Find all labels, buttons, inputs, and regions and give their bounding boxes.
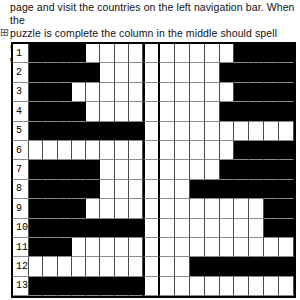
block-cell [279,199,294,218]
empty-cell[interactable] [190,63,205,82]
empty-cell[interactable] [205,44,220,63]
empty-cell[interactable] [264,238,279,257]
empty-cell[interactable] [160,83,175,102]
block-cell [264,44,279,63]
block-cell [264,83,279,102]
block-cell [115,122,129,141]
empty-cell[interactable] [29,141,43,160]
block-cell [264,219,279,238]
empty-cell[interactable] [205,219,220,238]
block-cell [72,122,86,141]
block-cell [43,63,57,82]
empty-cell[interactable] [129,63,143,82]
empty-cell[interactable] [190,122,205,141]
block-cell [72,160,86,179]
empty-cell[interactable] [190,219,205,238]
block-cell [29,277,43,296]
block-cell [43,102,57,121]
block-cell [29,238,43,257]
empty-cell[interactable] [115,180,129,199]
block-cell [100,122,114,141]
empty-cell[interactable] [160,160,175,179]
block-cell [72,180,86,199]
empty-cell[interactable] [43,141,57,160]
empty-cell[interactable] [190,44,205,63]
empty-cell[interactable] [72,257,86,276]
block-cell [29,199,43,218]
empty-cell[interactable] [175,219,190,238]
highlight-column-cell[interactable] [143,141,160,160]
empty-cell[interactable] [190,83,205,102]
empty-cell[interactable] [160,102,175,121]
empty-cell[interactable] [129,141,143,160]
empty-cell[interactable] [205,102,220,121]
empty-cell[interactable] [115,257,129,276]
block-cell [100,277,114,296]
highlight-column-cell[interactable] [143,238,160,257]
block-cell [279,83,294,102]
block-cell [205,180,220,199]
empty-cell[interactable] [29,257,43,276]
empty-cell[interactable] [220,122,235,141]
empty-cell[interactable] [160,277,175,296]
block-cell [43,122,57,141]
block-cell [86,219,100,238]
empty-cell[interactable] [205,199,220,218]
empty-cell[interactable] [86,44,100,63]
block-cell [234,160,249,179]
empty-cell[interactable] [129,44,143,63]
block-cell [234,63,249,82]
empty-cell[interactable] [249,277,264,296]
block-cell [72,219,86,238]
block-cell [86,180,100,199]
empty-cell[interactable] [43,257,57,276]
empty-cell[interactable] [190,199,205,218]
instructions-line-1: page and visit the countries on the left… [10,1,299,27]
empty-cell[interactable] [160,44,175,63]
block-cell [43,44,57,63]
puzzle-grid: 12345678910111213 [11,42,296,298]
block-cell [279,102,294,121]
block-cell [43,277,57,296]
row-number: 8 [13,180,29,199]
highlight-column-cell[interactable] [143,277,160,296]
block-cell [72,277,86,296]
block-cell [86,122,100,141]
block-cell [129,122,143,141]
block-cell [264,63,279,82]
empty-cell[interactable] [264,122,279,141]
empty-cell[interactable] [86,141,100,160]
block-cell [58,83,72,102]
block-cell [129,277,143,296]
empty-cell[interactable] [205,63,220,82]
highlight-column-cell[interactable] [143,180,160,199]
block-cell [279,63,294,82]
block-cell [86,277,100,296]
block-cell [58,44,72,63]
empty-cell[interactable] [220,141,235,160]
empty-cell[interactable] [220,44,235,63]
empty-cell[interactable] [129,238,143,257]
empty-cell[interactable] [234,277,249,296]
block-cell [29,44,43,63]
empty-cell[interactable] [86,238,100,257]
row-number: 12 [13,257,29,276]
empty-cell[interactable] [129,180,143,199]
empty-cell[interactable] [205,141,220,160]
block-cell [100,219,114,238]
highlight-column-cell[interactable] [143,102,160,121]
block-cell [279,257,294,276]
block-cell [43,160,57,179]
block-cell [205,257,220,276]
block-cell [115,219,129,238]
empty-cell[interactable] [160,122,175,141]
empty-cell[interactable] [100,180,114,199]
block-cell [58,180,72,199]
empty-cell[interactable] [249,199,264,218]
empty-cell[interactable] [249,122,264,141]
block-cell [58,122,72,141]
highlight-column-cell[interactable] [143,44,160,63]
empty-cell[interactable] [190,238,205,257]
block-cell [58,199,72,218]
empty-cell[interactable] [175,63,190,82]
empty-cell[interactable] [86,257,100,276]
empty-cell[interactable] [115,160,129,179]
row-number: 9 [13,199,29,218]
block-cell [190,257,205,276]
block-cell [72,102,86,121]
block-cell [279,180,294,199]
empty-cell[interactable] [220,83,235,102]
empty-cell[interactable] [100,83,114,102]
empty-cell[interactable] [86,83,100,102]
block-cell [58,160,72,179]
block-cell [190,180,205,199]
empty-cell[interactable] [175,199,190,218]
empty-cell[interactable] [100,238,114,257]
empty-cell[interactable] [249,219,264,238]
highlight-column-cell[interactable] [143,63,160,82]
empty-cell[interactable] [279,122,294,141]
block-cell [249,83,264,102]
block-cell [249,63,264,82]
block-cell [29,122,43,141]
block-cell [43,180,57,199]
empty-cell[interactable] [86,102,100,121]
block-cell [249,141,264,160]
empty-cell[interactable] [100,141,114,160]
empty-cell[interactable] [129,102,143,121]
block-cell [72,63,86,82]
block-cell [264,102,279,121]
empty-cell[interactable] [175,44,190,63]
block-cell [72,199,86,218]
block-cell [29,102,43,121]
block-cell [264,141,279,160]
empty-cell[interactable] [205,277,220,296]
empty-cell[interactable] [100,102,114,121]
row-number: 5 [13,122,29,141]
block-cell [249,44,264,63]
block-cell [86,63,100,82]
empty-cell[interactable] [190,141,205,160]
block-cell [86,160,100,179]
empty-cell[interactable] [115,63,129,82]
block-cell [220,102,235,121]
empty-cell[interactable] [100,199,114,218]
empty-cell[interactable] [115,238,129,257]
block-cell [29,160,43,179]
empty-cell[interactable] [115,141,129,160]
highlight-column-cell[interactable] [143,199,160,218]
block-cell [115,277,129,296]
empty-cell[interactable] [279,238,294,257]
empty-cell[interactable] [115,102,129,121]
empty-cell[interactable] [160,63,175,82]
block-cell [234,180,249,199]
empty-cell[interactable] [175,141,190,160]
empty-cell[interactable] [175,257,190,276]
empty-cell[interactable] [279,277,294,296]
document-page: page and visit the countries on the left… [0,0,300,300]
empty-cell[interactable] [220,219,235,238]
block-cell [279,141,294,160]
block-cell [249,180,264,199]
row-number: 11 [13,238,29,257]
empty-cell[interactable] [175,160,190,179]
empty-cell[interactable] [220,238,235,257]
empty-cell[interactable] [205,238,220,257]
block-cell [58,277,72,296]
empty-cell[interactable] [100,257,114,276]
block-cell [249,257,264,276]
empty-cell[interactable] [160,219,175,238]
block-cell [72,44,86,63]
block-cell [279,219,294,238]
empty-cell[interactable] [220,277,235,296]
empty-cell[interactable] [175,122,190,141]
row-number: 3 [13,83,29,102]
block-cell [234,44,249,63]
block-cell [279,44,294,63]
row-number: 4 [13,102,29,121]
block-cell [234,83,249,102]
empty-cell[interactable] [58,257,72,276]
empty-cell[interactable] [72,141,86,160]
empty-cell[interactable] [175,83,190,102]
block-cell [29,63,43,82]
block-cell [29,219,43,238]
empty-cell[interactable] [115,199,129,218]
empty-cell[interactable] [160,257,175,276]
block-cell [249,102,264,121]
block-cell [234,257,249,276]
empty-cell[interactable] [115,83,129,102]
row-number: 2 [13,63,29,82]
block-cell [220,180,235,199]
block-cell [264,180,279,199]
block-cell [58,63,72,82]
empty-cell[interactable] [160,238,175,257]
empty-cell[interactable] [129,83,143,102]
table-move-handle-icon[interactable]: ⊞ [0,27,9,38]
block-cell [264,160,279,179]
empty-cell[interactable] [160,199,175,218]
empty-cell[interactable] [190,102,205,121]
highlight-column-cell[interactable] [143,160,160,179]
block-cell [43,219,57,238]
empty-cell[interactable] [129,160,143,179]
empty-cell[interactable] [100,160,114,179]
empty-cell[interactable] [249,238,264,257]
block-cell [43,199,57,218]
empty-cell[interactable] [205,83,220,102]
empty-cell[interactable] [86,199,100,218]
empty-cell[interactable] [190,277,205,296]
row-number: 1 [13,44,29,63]
empty-cell[interactable] [234,122,249,141]
empty-cell[interactable] [100,44,114,63]
row-number: 10 [13,219,29,238]
empty-cell[interactable] [175,238,190,257]
empty-cell[interactable] [160,141,175,160]
block-cell [58,219,72,238]
empty-cell[interactable] [220,199,235,218]
block-cell [279,160,294,179]
empty-cell[interactable] [190,160,205,179]
empty-cell[interactable] [175,180,190,199]
highlight-column-cell[interactable] [143,257,160,276]
highlight-column-cell[interactable] [143,83,160,102]
empty-cell[interactable] [72,83,86,102]
empty-cell[interactable] [234,219,249,238]
empty-cell[interactable] [205,122,220,141]
empty-cell[interactable] [100,63,114,82]
block-cell [58,238,72,257]
block-cell [220,257,235,276]
empty-cell[interactable] [234,199,249,218]
empty-cell[interactable] [264,277,279,296]
row-number: 6 [13,141,29,160]
empty-cell[interactable] [129,199,143,218]
block-cell [129,219,143,238]
block-cell [29,180,43,199]
empty-cell[interactable] [234,238,249,257]
empty-cell[interactable] [115,44,129,63]
block-cell [264,199,279,218]
empty-cell[interactable] [160,180,175,199]
empty-cell[interactable] [175,102,190,121]
block-cell [220,160,235,179]
empty-cell[interactable] [58,141,72,160]
empty-cell[interactable] [205,160,220,179]
block-cell [43,238,57,257]
row-number: 13 [13,277,29,296]
highlight-column-cell[interactable] [143,219,160,238]
block-cell [264,257,279,276]
highlight-column-cell[interactable] [143,122,160,141]
block-cell [220,63,235,82]
empty-cell[interactable] [175,277,190,296]
row-number: 7 [13,160,29,179]
block-cell [29,83,43,102]
empty-cell[interactable] [129,257,143,276]
block-cell [234,102,249,121]
block-cell [249,160,264,179]
block-cell [58,102,72,121]
block-cell [43,83,57,102]
block-cell [234,141,249,160]
empty-cell[interactable] [72,238,86,257]
